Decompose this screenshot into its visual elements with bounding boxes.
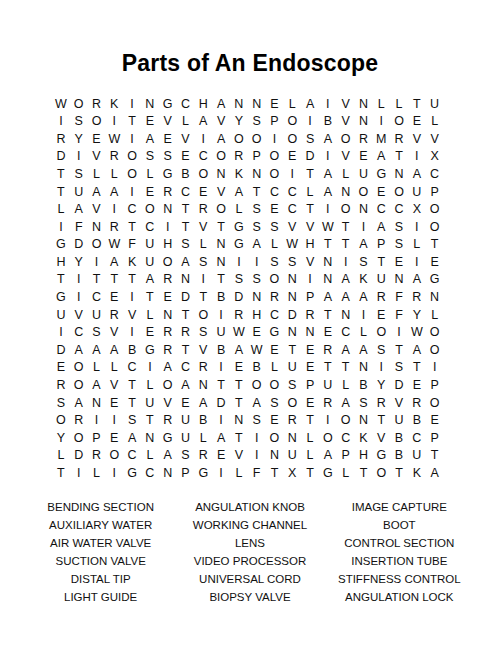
grid-cell[interactable]: E — [408, 113, 426, 131]
grid-cell[interactable]: S — [266, 394, 284, 412]
grid-cell[interactable]: L — [337, 165, 355, 183]
grid-cell[interactable]: I — [123, 324, 141, 342]
grid-cell[interactable]: U — [355, 165, 373, 183]
grid-cell[interactable]: I — [266, 130, 284, 148]
grid-cell[interactable]: O — [248, 130, 266, 148]
grid-cell[interactable]: S — [372, 341, 390, 359]
grid-cell[interactable]: E — [105, 289, 123, 307]
grid-cell[interactable]: N — [159, 306, 177, 324]
grid-cell[interactable]: L — [426, 113, 444, 131]
grid-cell[interactable]: A — [88, 377, 106, 395]
grid-cell[interactable]: L — [52, 201, 70, 219]
grid-cell[interactable]: R — [105, 218, 123, 236]
grid-cell[interactable]: A — [319, 183, 337, 201]
grid-cell[interactable]: P — [248, 148, 266, 166]
grid-cell[interactable]: O — [70, 377, 88, 395]
grid-cell[interactable]: C — [123, 201, 141, 219]
grid-cell[interactable]: C — [390, 201, 408, 219]
grid-cell[interactable]: A — [337, 341, 355, 359]
grid-cell[interactable]: R — [105, 306, 123, 324]
grid-cell[interactable]: G — [159, 95, 177, 113]
grid-cell[interactable]: T — [105, 271, 123, 289]
grid-cell[interactable]: I — [105, 412, 123, 430]
grid-cell[interactable]: O — [426, 324, 444, 342]
grid-cell[interactable]: H — [355, 447, 373, 465]
grid-cell[interactable]: G — [52, 289, 70, 307]
grid-cell[interactable]: V — [337, 148, 355, 166]
grid-cell[interactable]: P — [301, 289, 319, 307]
grid-cell[interactable]: G — [123, 464, 141, 482]
grid-cell[interactable]: E — [319, 324, 337, 342]
grid-cell[interactable]: A — [159, 359, 177, 377]
grid-cell[interactable]: I — [355, 218, 373, 236]
grid-cell[interactable]: O — [248, 377, 266, 395]
grid-cell[interactable]: U — [88, 306, 106, 324]
grid-cell[interactable]: V — [105, 324, 123, 342]
grid-cell[interactable]: K — [123, 253, 141, 271]
grid-cell[interactable]: I — [408, 218, 426, 236]
grid-cell[interactable]: P — [426, 183, 444, 201]
grid-cell[interactable]: U — [141, 253, 159, 271]
grid-cell[interactable]: O — [355, 183, 373, 201]
grid-cell[interactable]: A — [70, 341, 88, 359]
grid-cell[interactable]: L — [266, 236, 284, 254]
grid-cell[interactable]: A — [408, 165, 426, 183]
grid-cell[interactable]: D — [212, 394, 230, 412]
grid-cell[interactable]: N — [159, 464, 177, 482]
grid-cell[interactable]: V — [212, 113, 230, 131]
grid-cell[interactable]: I — [105, 464, 123, 482]
grid-cell[interactable]: C — [177, 95, 195, 113]
grid-cell[interactable]: B — [123, 341, 141, 359]
grid-cell[interactable]: A — [123, 429, 141, 447]
grid-cell[interactable]: S — [70, 165, 88, 183]
grid-cell[interactable]: O — [337, 201, 355, 219]
grid-cell[interactable]: I — [248, 253, 266, 271]
grid-cell[interactable]: I — [194, 130, 212, 148]
grid-cell[interactable]: K — [355, 429, 373, 447]
grid-cell[interactable]: T — [426, 447, 444, 465]
grid-cell[interactable]: I — [426, 359, 444, 377]
grid-cell[interactable]: V — [212, 183, 230, 201]
grid-cell[interactable]: C — [266, 306, 284, 324]
grid-cell[interactable]: H — [52, 253, 70, 271]
grid-cell[interactable]: U — [177, 429, 195, 447]
grid-cell[interactable]: A — [70, 394, 88, 412]
grid-cell[interactable]: U — [390, 412, 408, 430]
grid-cell[interactable]: C — [408, 429, 426, 447]
grid-cell[interactable]: A — [177, 253, 195, 271]
grid-cell[interactable]: E — [141, 113, 159, 131]
grid-cell[interactable]: T — [301, 464, 319, 482]
grid-cell[interactable]: T — [337, 236, 355, 254]
grid-cell[interactable]: E — [52, 359, 70, 377]
grid-cell[interactable]: S — [177, 236, 195, 254]
grid-cell[interactable]: C — [70, 324, 88, 342]
grid-cell[interactable]: V — [159, 394, 177, 412]
grid-cell[interactable]: S — [283, 377, 301, 395]
grid-cell[interactable]: A — [105, 341, 123, 359]
grid-cell[interactable]: L — [355, 324, 373, 342]
grid-cell[interactable]: I — [248, 447, 266, 465]
grid-cell[interactable]: X — [426, 148, 444, 166]
grid-cell[interactable]: D — [177, 289, 195, 307]
grid-cell[interactable]: I — [194, 271, 212, 289]
grid-cell[interactable]: V — [88, 201, 106, 219]
grid-cell[interactable]: L — [105, 165, 123, 183]
grid-cell[interactable]: R — [194, 359, 212, 377]
grid-cell[interactable]: O — [266, 271, 284, 289]
grid-cell[interactable]: N — [355, 359, 373, 377]
grid-cell[interactable]: C — [88, 289, 106, 307]
grid-cell[interactable]: N — [283, 429, 301, 447]
grid-cell[interactable]: V — [88, 148, 106, 166]
grid-cell[interactable]: W — [283, 236, 301, 254]
grid-cell[interactable]: W — [52, 95, 70, 113]
grid-cell[interactable]: G — [372, 447, 390, 465]
grid-cell[interactable]: A — [319, 130, 337, 148]
grid-cell[interactable]: E — [177, 394, 195, 412]
grid-cell[interactable]: R — [194, 201, 212, 219]
grid-cell[interactable]: B — [355, 377, 373, 395]
grid-cell[interactable]: T — [266, 464, 284, 482]
grid-cell[interactable]: V — [337, 95, 355, 113]
grid-cell[interactable]: W — [408, 324, 426, 342]
grid-cell[interactable]: R — [408, 289, 426, 307]
grid-cell[interactable]: W — [319, 218, 337, 236]
grid-cell[interactable]: T — [230, 377, 248, 395]
grid-cell[interactable]: R — [266, 289, 284, 307]
grid-cell[interactable]: N — [230, 412, 248, 430]
grid-cell[interactable]: G — [266, 324, 284, 342]
grid-cell[interactable]: I — [319, 201, 337, 219]
grid-cell[interactable]: R — [159, 183, 177, 201]
grid-cell[interactable]: G — [372, 165, 390, 183]
grid-cell[interactable]: E — [212, 447, 230, 465]
grid-cell[interactable]: N — [426, 289, 444, 307]
grid-cell[interactable]: T — [372, 412, 390, 430]
grid-cell[interactable]: A — [141, 130, 159, 148]
grid-cell[interactable]: S — [194, 253, 212, 271]
grid-cell[interactable]: S — [230, 271, 248, 289]
grid-cell[interactable]: U — [283, 359, 301, 377]
grid-cell[interactable]: I — [372, 113, 390, 131]
grid-cell[interactable]: R — [355, 130, 373, 148]
grid-cell[interactable]: A — [319, 447, 337, 465]
grid-cell[interactable]: L — [105, 359, 123, 377]
grid-cell[interactable]: T — [355, 464, 373, 482]
grid-cell[interactable]: O — [105, 447, 123, 465]
grid-cell[interactable]: B — [390, 429, 408, 447]
grid-cell[interactable]: L — [266, 359, 284, 377]
grid-cell[interactable]: O — [390, 113, 408, 131]
grid-cell[interactable]: T — [319, 236, 337, 254]
grid-cell[interactable]: O — [159, 253, 177, 271]
grid-cell[interactable]: A — [372, 148, 390, 166]
grid-cell[interactable]: V — [337, 113, 355, 131]
grid-cell[interactable]: I — [123, 289, 141, 307]
grid-cell[interactable]: O — [426, 341, 444, 359]
grid-cell[interactable]: A — [212, 429, 230, 447]
grid-cell[interactable]: G — [426, 271, 444, 289]
grid-cell[interactable]: I — [212, 359, 230, 377]
grid-cell[interactable]: T — [52, 271, 70, 289]
grid-cell[interactable]: N — [159, 201, 177, 219]
grid-cell[interactable]: H — [248, 306, 266, 324]
grid-cell[interactable]: R — [159, 324, 177, 342]
grid-cell[interactable]: I — [283, 165, 301, 183]
grid-cell[interactable]: E — [248, 324, 266, 342]
grid-cell[interactable]: C — [337, 429, 355, 447]
grid-cell[interactable]: Y — [52, 429, 70, 447]
grid-cell[interactable]: T — [123, 377, 141, 395]
grid-cell[interactable]: A — [230, 183, 248, 201]
grid-cell[interactable]: I — [390, 324, 408, 342]
grid-cell[interactable]: L — [301, 447, 319, 465]
grid-cell[interactable]: O — [283, 130, 301, 148]
grid-cell[interactable]: I — [52, 113, 70, 131]
grid-cell[interactable]: E — [159, 289, 177, 307]
grid-cell[interactable]: I — [70, 464, 88, 482]
grid-cell[interactable]: I — [212, 464, 230, 482]
grid-cell[interactable]: F — [248, 464, 266, 482]
grid-cell[interactable]: N — [266, 447, 284, 465]
grid-cell[interactable]: P — [266, 113, 284, 131]
grid-cell[interactable]: O — [426, 394, 444, 412]
grid-cell[interactable]: T — [408, 95, 426, 113]
grid-cell[interactable]: L — [301, 183, 319, 201]
grid-cell[interactable]: D — [52, 148, 70, 166]
grid-cell[interactable]: R — [230, 306, 248, 324]
grid-cell[interactable]: A — [372, 218, 390, 236]
grid-cell[interactable]: T — [230, 429, 248, 447]
grid-cell[interactable]: T — [390, 148, 408, 166]
grid-cell[interactable]: A — [408, 271, 426, 289]
grid-cell[interactable]: D — [301, 148, 319, 166]
grid-cell[interactable]: O — [123, 165, 141, 183]
grid-cell[interactable]: U — [408, 447, 426, 465]
grid-cell[interactable]: C — [177, 359, 195, 377]
grid-cell[interactable]: O — [372, 464, 390, 482]
grid-cell[interactable]: O — [70, 95, 88, 113]
grid-cell[interactable]: I — [88, 253, 106, 271]
grid-cell[interactable]: N — [355, 113, 373, 131]
grid-cell[interactable]: I — [319, 148, 337, 166]
grid-cell[interactable]: N — [194, 377, 212, 395]
grid-cell[interactable]: T — [337, 359, 355, 377]
grid-cell[interactable]: L — [372, 95, 390, 113]
grid-cell[interactable]: L — [230, 201, 248, 219]
grid-cell[interactable]: H — [194, 95, 212, 113]
grid-cell[interactable]: C — [372, 201, 390, 219]
grid-cell[interactable]: O — [390, 183, 408, 201]
grid-cell[interactable]: A — [248, 394, 266, 412]
grid-cell[interactable]: D — [70, 447, 88, 465]
grid-cell[interactable]: V — [408, 130, 426, 148]
grid-cell[interactable]: H — [301, 236, 319, 254]
grid-cell[interactable]: T — [301, 412, 319, 430]
grid-cell[interactable]: U — [372, 271, 390, 289]
grid-cell[interactable]: F — [123, 236, 141, 254]
grid-cell[interactable]: T — [123, 271, 141, 289]
grid-cell[interactable]: L — [88, 165, 106, 183]
grid-cell[interactable]: A — [319, 289, 337, 307]
grid-cell[interactable]: C — [283, 183, 301, 201]
grid-cell[interactable]: V — [194, 218, 212, 236]
grid-cell[interactable]: S — [248, 218, 266, 236]
grid-cell[interactable]: E — [141, 324, 159, 342]
grid-cell[interactable]: I — [372, 359, 390, 377]
grid-cell[interactable]: T — [52, 464, 70, 482]
grid-cell[interactable]: S — [177, 447, 195, 465]
grid-cell[interactable]: S — [283, 253, 301, 271]
grid-cell[interactable]: S — [390, 236, 408, 254]
grid-cell[interactable]: C — [141, 464, 159, 482]
grid-cell[interactable]: I — [52, 324, 70, 342]
grid-cell[interactable]: C — [177, 183, 195, 201]
grid-cell[interactable]: L — [337, 377, 355, 395]
grid-cell[interactable]: S — [248, 113, 266, 131]
grid-cell[interactable]: I — [230, 253, 248, 271]
grid-cell[interactable]: T — [426, 236, 444, 254]
grid-cell[interactable]: T — [177, 306, 195, 324]
grid-cell[interactable]: Y — [70, 253, 88, 271]
grid-cell[interactable]: O — [266, 148, 284, 166]
grid-cell[interactable]: I — [70, 289, 88, 307]
grid-cell[interactable]: I — [123, 130, 141, 148]
grid-cell[interactable]: T — [319, 306, 337, 324]
grid-cell[interactable]: N — [355, 412, 373, 430]
grid-cell[interactable]: I — [105, 201, 123, 219]
grid-cell[interactable]: L — [301, 429, 319, 447]
grid-cell[interactable]: U — [141, 394, 159, 412]
grid-cell[interactable]: E — [301, 359, 319, 377]
grid-cell[interactable]: N — [212, 236, 230, 254]
grid-cell[interactable]: A — [426, 464, 444, 482]
grid-cell[interactable]: E — [390, 253, 408, 271]
grid-cell[interactable]: I — [319, 412, 337, 430]
grid-cell[interactable]: O — [372, 324, 390, 342]
grid-cell[interactable]: E — [159, 130, 177, 148]
grid-cell[interactable]: N — [337, 183, 355, 201]
grid-cell[interactable]: R — [301, 306, 319, 324]
grid-cell[interactable]: D — [390, 377, 408, 395]
grid-cell[interactable]: N — [88, 218, 106, 236]
grid-cell[interactable]: T — [123, 394, 141, 412]
grid-cell[interactable]: O — [337, 412, 355, 430]
grid-cell[interactable]: I — [408, 253, 426, 271]
grid-cell[interactable]: N — [248, 95, 266, 113]
grid-cell[interactable]: O — [88, 113, 106, 131]
grid-cell[interactable]: R — [194, 447, 212, 465]
grid-cell[interactable]: I — [159, 218, 177, 236]
grid-cell[interactable]: O — [426, 218, 444, 236]
grid-cell[interactable]: I — [337, 253, 355, 271]
grid-cell[interactable]: C — [123, 447, 141, 465]
grid-cell[interactable]: E — [266, 95, 284, 113]
grid-cell[interactable]: A — [194, 113, 212, 131]
grid-cell[interactable]: A — [194, 394, 212, 412]
grid-cell[interactable]: I — [212, 306, 230, 324]
grid-cell[interactable]: E — [283, 148, 301, 166]
grid-cell[interactable]: E — [194, 183, 212, 201]
grid-cell[interactable]: T — [230, 394, 248, 412]
grid-cell[interactable]: E — [372, 306, 390, 324]
grid-cell[interactable]: E — [105, 394, 123, 412]
grid-cell[interactable]: P — [372, 236, 390, 254]
grid-cell[interactable]: Y — [372, 377, 390, 395]
grid-cell[interactable]: I — [105, 113, 123, 131]
grid-cell[interactable]: D — [70, 236, 88, 254]
grid-cell[interactable]: A — [337, 289, 355, 307]
grid-cell[interactable]: T — [390, 464, 408, 482]
grid-cell[interactable]: T — [301, 165, 319, 183]
grid-cell[interactable]: C — [337, 324, 355, 342]
grid-cell[interactable]: C — [283, 201, 301, 219]
grid-cell[interactable]: S — [355, 253, 373, 271]
grid-cell[interactable]: A — [337, 394, 355, 412]
grid-cell[interactable]: I — [212, 412, 230, 430]
grid-cell[interactable]: O — [337, 130, 355, 148]
grid-cell[interactable]: B — [212, 341, 230, 359]
grid-cell[interactable]: H — [159, 236, 177, 254]
grid-cell[interactable]: V — [390, 394, 408, 412]
grid-cell[interactable]: N — [248, 289, 266, 307]
grid-cell[interactable]: T — [194, 289, 212, 307]
grid-cell[interactable]: O — [141, 201, 159, 219]
grid-cell[interactable]: U — [283, 447, 301, 465]
grid-cell[interactable]: T — [248, 183, 266, 201]
grid-cell[interactable]: T — [283, 341, 301, 359]
grid-cell[interactable]: I — [248, 429, 266, 447]
grid-cell[interactable]: V — [426, 130, 444, 148]
grid-cell[interactable]: L — [194, 236, 212, 254]
grid-cell[interactable]: N — [283, 289, 301, 307]
grid-cell[interactable]: T — [141, 412, 159, 430]
grid-cell[interactable]: E — [177, 148, 195, 166]
grid-cell[interactable]: N — [141, 429, 159, 447]
grid-cell[interactable]: L — [52, 447, 70, 465]
grid-cell[interactable]: S — [194, 324, 212, 342]
grid-cell[interactable]: N — [319, 271, 337, 289]
grid-cell[interactable]: R — [408, 394, 426, 412]
grid-cell[interactable]: E — [266, 412, 284, 430]
grid-cell[interactable]: T — [212, 218, 230, 236]
grid-cell[interactable]: R — [52, 130, 70, 148]
grid-cell[interactable]: Y — [408, 306, 426, 324]
grid-cell[interactable]: X — [283, 464, 301, 482]
grid-cell[interactable]: O — [212, 201, 230, 219]
grid-cell[interactable]: D — [230, 289, 248, 307]
grid-cell[interactable]: R — [319, 341, 337, 359]
grid-cell[interactable]: F — [70, 218, 88, 236]
grid-cell[interactable]: B — [390, 447, 408, 465]
grid-cell[interactable]: R — [177, 324, 195, 342]
grid-cell[interactable]: U — [408, 183, 426, 201]
grid-cell[interactable]: S — [123, 412, 141, 430]
grid-cell[interactable]: V — [194, 341, 212, 359]
grid-cell[interactable]: A — [212, 130, 230, 148]
grid-cell[interactable]: S — [266, 218, 284, 236]
grid-cell[interactable]: R — [159, 271, 177, 289]
grid-cell[interactable]: A — [337, 271, 355, 289]
grid-cell[interactable]: X — [408, 201, 426, 219]
grid-cell[interactable]: N — [355, 201, 373, 219]
grid-cell[interactable]: U — [52, 306, 70, 324]
grid-cell[interactable]: U — [212, 324, 230, 342]
grid-cell[interactable]: I — [141, 359, 159, 377]
grid-cell[interactable]: L — [283, 95, 301, 113]
